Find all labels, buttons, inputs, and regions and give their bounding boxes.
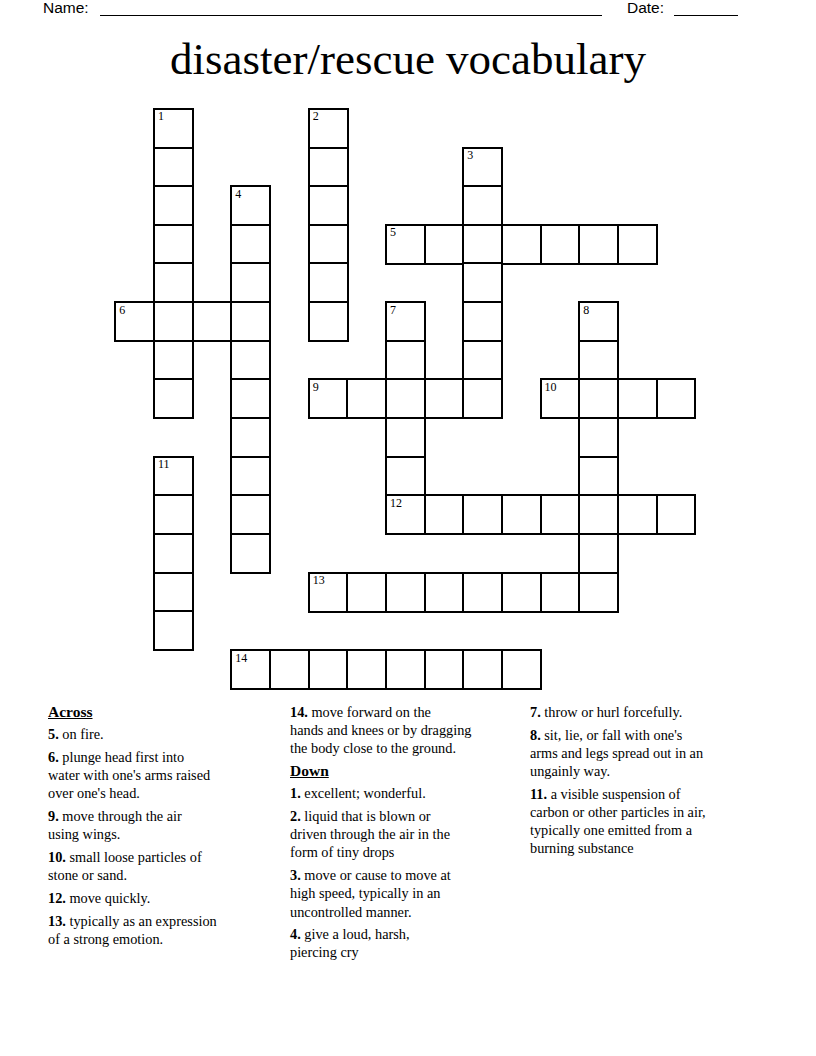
grid-cell-r4c9[interactable]: [462, 262, 503, 303]
grid-cell-r5c9[interactable]: [462, 301, 503, 342]
clue-text: small loose particles of stone or sand.: [48, 849, 202, 883]
grid-cell-r10c12[interactable]: [578, 494, 619, 535]
grid-cell-r3c12[interactable]: [578, 224, 619, 265]
grid-cell-r6c3[interactable]: [230, 340, 271, 381]
grid-cell-r5c7[interactable]: 7: [385, 301, 426, 342]
grid-cell-r14c4[interactable]: [269, 649, 310, 690]
clue-number: 2.: [290, 808, 301, 824]
clue-1: 1. excellent; wonderful.: [290, 784, 532, 802]
grid-cell-r14c5[interactable]: [308, 649, 349, 690]
clue-text: plunge head first into water with one's …: [48, 749, 210, 801]
grid-cell-r9c12[interactable]: [578, 456, 619, 497]
grid-cell-r7c8[interactable]: [424, 378, 465, 419]
grid-cell-r7c11[interactable]: 10: [540, 378, 581, 419]
grid-cell-r8c12[interactable]: [578, 417, 619, 458]
clue-11: 11. a visible suspension of carbon or ot…: [530, 785, 782, 858]
clue-number: 6.: [48, 749, 59, 765]
clue-9: 9. move through the air using wings.: [48, 807, 288, 843]
clue-10: 10. small loose particles of stone or sa…: [48, 848, 288, 884]
cell-number-2: 2: [313, 110, 319, 122]
cell-number-4: 4: [235, 188, 241, 200]
grid-cell-r10c7[interactable]: 12: [385, 494, 426, 535]
cell-number-12: 12: [390, 497, 402, 509]
clue-number: 14.: [290, 704, 308, 720]
clue-5: 5. on fire.: [48, 725, 288, 743]
grid-cell-r3c10[interactable]: [501, 224, 542, 265]
grid-cell-r2c3[interactable]: 4: [230, 185, 271, 226]
grid-cell-r8c3[interactable]: [230, 417, 271, 458]
grid-cell-r14c6[interactable]: [346, 649, 387, 690]
grid-cell-r5c3[interactable]: [230, 301, 271, 342]
name-label: Name:: [43, 0, 89, 16]
clue-number: 12.: [48, 890, 66, 906]
grid-cell-r12c5[interactable]: 13: [308, 572, 349, 613]
grid-cell-r5c1[interactable]: [153, 301, 194, 342]
clue-text: move quickly.: [66, 890, 150, 906]
grid-cell-r2c1[interactable]: [153, 185, 194, 226]
grid-cell-r7c6[interactable]: [346, 378, 387, 419]
grid-cell-r4c3[interactable]: [230, 262, 271, 303]
grid-cell-r6c7[interactable]: [385, 340, 426, 381]
grid-cell-r14c3[interactable]: 14: [230, 649, 271, 690]
grid-cell-r11c3[interactable]: [230, 533, 271, 574]
grid-cell-r11c1[interactable]: [153, 533, 194, 574]
grid-cell-r7c1[interactable]: [153, 378, 194, 419]
crossword-grid: 1234567891011121314: [116, 109, 696, 689]
grid-cell-r14c8[interactable]: [424, 649, 465, 690]
grid-cell-r6c9[interactable]: [462, 340, 503, 381]
clue-14: 14. move forward on the hands and knees …: [290, 703, 532, 758]
grid-cell-r14c7[interactable]: [385, 649, 426, 690]
clue-3: 3. move or cause to move at high speed, …: [290, 866, 532, 921]
grid-cell-r14c9[interactable]: [462, 649, 503, 690]
grid-cell-r2c9[interactable]: [462, 185, 503, 226]
grid-cell-r0c1[interactable]: 1: [153, 108, 194, 149]
cell-number-8: 8: [583, 304, 589, 316]
clue-6: 6. plunge head first into water with one…: [48, 748, 288, 803]
grid-cell-r3c7[interactable]: 5: [385, 224, 426, 265]
grid-cell-r3c1[interactable]: [153, 224, 194, 265]
grid-cell-r3c11[interactable]: [540, 224, 581, 265]
clue-number: 9.: [48, 808, 59, 824]
grid-cell-r3c8[interactable]: [424, 224, 465, 265]
cell-number-14: 14: [235, 652, 247, 664]
clue-2: 2. liquid that is blown or driven throug…: [290, 807, 532, 862]
date-label: Date:: [627, 0, 664, 16]
clue-text: move forward on the hands and knees or b…: [290, 704, 471, 756]
grid-cell-r12c9[interactable]: [462, 572, 503, 613]
clue-12: 12. move quickly.: [48, 889, 288, 907]
grid-cell-r8c7[interactable]: [385, 417, 426, 458]
grid-cell-r0c5[interactable]: 2: [308, 108, 349, 149]
grid-cell-r1c9[interactable]: 3: [462, 147, 503, 188]
grid-cell-r12c10[interactable]: [501, 572, 542, 613]
clue-7: 7. throw or hurl forcefully.: [530, 703, 782, 721]
page-title: disaster/rescue vocabulary: [0, 35, 816, 85]
grid-cell-r9c7[interactable]: [385, 456, 426, 497]
clue-text: give a loud, harsh, piercing cry: [290, 926, 410, 960]
clue-text: a visible suspension of carbon or other …: [530, 786, 706, 857]
grid-cell-r9c3[interactable]: [230, 456, 271, 497]
clue-number: 7.: [530, 704, 541, 720]
cell-number-13: 13: [313, 574, 325, 586]
clue-text: on fire.: [59, 726, 104, 742]
grid-cell-r10c14[interactable]: [656, 494, 697, 535]
across-heading: Across: [48, 703, 288, 721]
grid-cell-r3c9[interactable]: [462, 224, 503, 265]
grid-cell-r7c13[interactable]: [617, 378, 658, 419]
down-heading: Down: [290, 762, 532, 780]
grid-cell-r10c9[interactable]: [462, 494, 503, 535]
grid-cell-r7c12[interactable]: [578, 378, 619, 419]
grid-cell-r5c0[interactable]: 6: [114, 301, 155, 342]
cell-number-6: 6: [119, 304, 125, 316]
clue-text: excellent; wonderful.: [301, 785, 426, 801]
cell-number-11: 11: [158, 458, 170, 470]
grid-cell-r13c1[interactable]: [153, 610, 194, 651]
cell-number-7: 7: [390, 304, 396, 316]
grid-cell-r7c9[interactable]: [462, 378, 503, 419]
grid-cell-r5c12[interactable]: 8: [578, 301, 619, 342]
grid-cell-r12c6[interactable]: [346, 572, 387, 613]
grid-cell-r12c1[interactable]: [153, 572, 194, 613]
cell-number-10: 10: [545, 381, 557, 393]
cell-number-9: 9: [313, 381, 319, 393]
clue-text: throw or hurl forcefully.: [541, 704, 683, 720]
grid-cell-r11c12[interactable]: [578, 533, 619, 574]
grid-cell-r3c3[interactable]: [230, 224, 271, 265]
grid-cell-r10c10[interactable]: [501, 494, 542, 535]
grid-cell-r4c1[interactable]: [153, 262, 194, 303]
grid-cell-r7c7[interactable]: [385, 378, 426, 419]
clue-text: liquid that is blown or driven through t…: [290, 808, 450, 860]
grid-cell-r12c7[interactable]: [385, 572, 426, 613]
clue-number: 1.: [290, 785, 301, 801]
clue-number: 11.: [530, 786, 547, 802]
clue-number: 5.: [48, 726, 59, 742]
worksheet-page: Name: Date: disaster/rescue vocabulary 1…: [0, 0, 816, 1056]
grid-cell-r7c3[interactable]: [230, 378, 271, 419]
clue-text: move or cause to move at high speed, typ…: [290, 867, 451, 919]
clue-text: move through the air using wings.: [48, 808, 182, 842]
grid-cell-r5c5[interactable]: [308, 301, 349, 342]
clue-number: 10.: [48, 849, 66, 865]
clue-column-across: Across5. on fire.6. plunge head first in…: [48, 703, 288, 952]
clue-text: sit, lie, or fall with one's arms and le…: [530, 727, 703, 779]
clue-number: 4.: [290, 926, 301, 942]
grid-cell-r10c1[interactable]: [153, 494, 194, 535]
clue-number: 13.: [48, 913, 66, 929]
grid-cell-r6c1[interactable]: [153, 340, 194, 381]
clue-column-right: 7. throw or hurl forcefully.8. sit, lie,…: [530, 703, 782, 862]
clue-4: 4. give a loud, harsh, piercing cry: [290, 925, 532, 961]
grid-cell-r10c13[interactable]: [617, 494, 658, 535]
grid-cell-r12c8[interactable]: [424, 572, 465, 613]
name-blank-line[interactable]: [100, 0, 602, 16]
clue-column-middle: 14. move forward on the hands and knees …: [290, 703, 532, 966]
cell-number-3: 3: [467, 149, 473, 161]
grid-cell-r14c10[interactable]: [501, 649, 542, 690]
grid-cell-r2c5[interactable]: [308, 185, 349, 226]
grid-cell-r7c14[interactable]: [656, 378, 697, 419]
grid-cell-r3c13[interactable]: [617, 224, 658, 265]
grid-cell-r1c1[interactable]: [153, 147, 194, 188]
clue-8: 8. sit, lie, or fall with one's arms and…: [530, 726, 782, 781]
grid-cell-r7c5[interactable]: 9: [308, 378, 349, 419]
grid-cell-r10c11[interactable]: [540, 494, 581, 535]
date-blank-line[interactable]: [674, 0, 738, 16]
grid-cell-r1c5[interactable]: [308, 147, 349, 188]
grid-cell-r6c12[interactable]: [578, 340, 619, 381]
clue-text: typically as an expression of a strong e…: [48, 913, 217, 947]
grid-cell-r5c2[interactable]: [192, 301, 233, 342]
grid-cell-r3c5[interactable]: [308, 224, 349, 265]
grid-cell-r4c5[interactable]: [308, 262, 349, 303]
clue-number: 3.: [290, 867, 301, 883]
grid-cell-r12c11[interactable]: [540, 572, 581, 613]
clue-number: 8.: [530, 727, 541, 743]
cell-number-1: 1: [158, 110, 164, 122]
grid-cell-r9c1[interactable]: 11: [153, 456, 194, 497]
cell-number-5: 5: [390, 226, 396, 238]
grid-cell-r10c3[interactable]: [230, 494, 271, 535]
grid-cell-r10c8[interactable]: [424, 494, 465, 535]
clue-13: 13. typically as an expression of a stro…: [48, 912, 288, 948]
grid-cell-r12c12[interactable]: [578, 572, 619, 613]
